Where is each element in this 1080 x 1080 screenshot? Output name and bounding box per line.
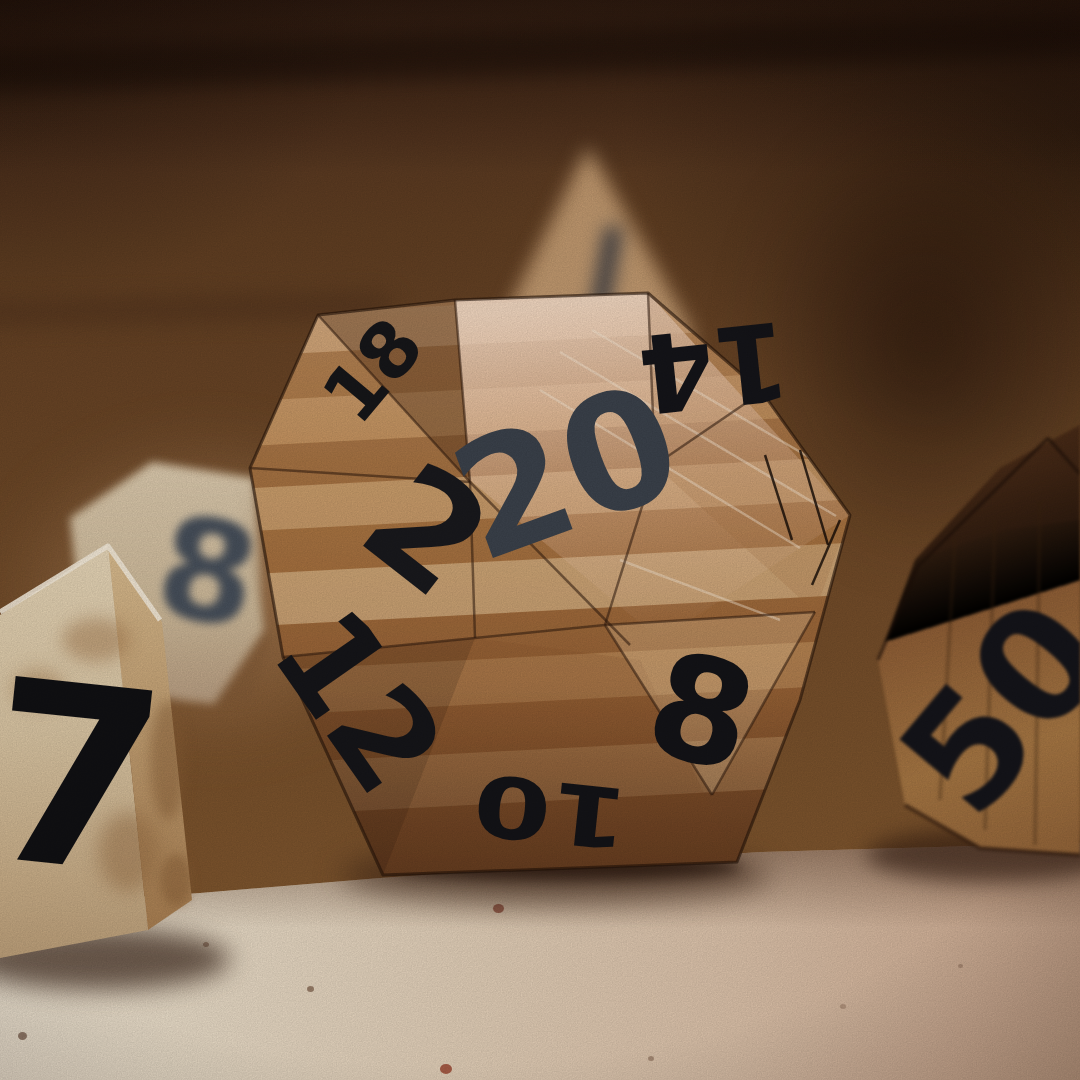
warm-light-glow bbox=[0, 360, 510, 820]
plank-groove-faint bbox=[0, 296, 390, 323]
photo-stage: 8 bbox=[0, 0, 1080, 1080]
d20-contact-shadow bbox=[392, 854, 742, 880]
table-speck bbox=[18, 1032, 27, 1040]
table-speck bbox=[648, 1056, 654, 1061]
table-speck bbox=[440, 1064, 452, 1074]
background-shadow-right bbox=[690, 40, 1080, 640]
table-speck bbox=[307, 986, 314, 992]
table-speck bbox=[958, 964, 963, 968]
table-speck bbox=[840, 1004, 846, 1009]
table-speck bbox=[493, 904, 504, 913]
